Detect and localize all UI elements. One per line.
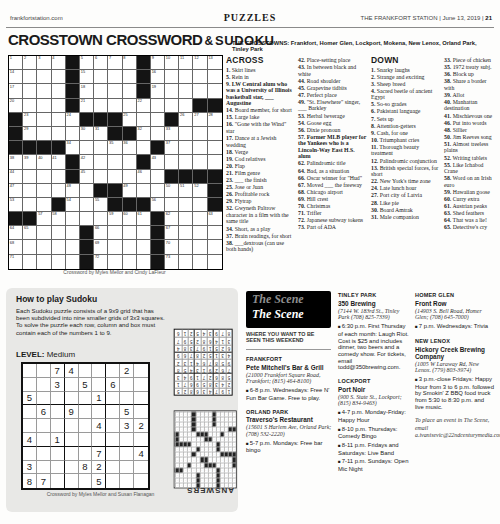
crossword-cell[interactable] — [123, 226, 137, 240]
crossword-cell[interactable]: · — [199, 426, 203, 431]
crossword-cell[interactable] — [52, 113, 66, 127]
crossword-cell[interactable]: · — [211, 452, 215, 457]
crossword-cell[interactable] — [193, 70, 207, 84]
crossword-cell[interactable] — [151, 184, 165, 198]
crossword-cell[interactable]: · — [211, 457, 215, 462]
crossword-cell[interactable]: 44 — [9, 170, 23, 184]
crossword-cell[interactable]: 20 — [9, 99, 23, 113]
crossword-cell[interactable]: 26 — [179, 113, 193, 127]
crossword-cell[interactable]: · — [191, 431, 195, 436]
crossword-cell[interactable]: · — [195, 442, 199, 447]
crossword-cell[interactable]: · — [224, 436, 228, 441]
sudoku-cell[interactable] — [79, 447, 93, 461]
crossword-cell[interactable] — [80, 198, 94, 212]
sudoku-cell[interactable]: 2 — [120, 364, 134, 378]
crossword-cell[interactable]: 3 — [37, 56, 51, 70]
crossword-cell[interactable] — [151, 127, 165, 141]
crossword-cell[interactable] — [52, 127, 66, 141]
crossword-cell[interactable]: · — [195, 457, 199, 462]
sudoku-cell[interactable]: 7 — [92, 447, 106, 461]
crossword-cell[interactable] — [193, 240, 207, 254]
crossword-cell[interactable] — [80, 184, 94, 198]
crossword-cell[interactable]: · — [232, 421, 236, 426]
sudoku-cell[interactable] — [51, 405, 65, 419]
crossword-cell[interactable] — [94, 170, 108, 184]
crossword-cell[interactable]: 43 — [151, 155, 165, 169]
crossword-cell[interactable]: · — [183, 477, 187, 482]
crossword-cell[interactable] — [123, 255, 137, 269]
crossword-cell[interactable] — [23, 99, 37, 113]
crossword-cell[interactable]: 50 — [165, 184, 179, 198]
crossword-cell[interactable]: · — [187, 411, 191, 416]
crossword-cell[interactable] — [52, 70, 66, 84]
crossword-cell[interactable]: · — [228, 416, 232, 421]
crossword-cell[interactable]: · — [207, 416, 211, 421]
sudoku-cell[interactable] — [106, 433, 120, 447]
crossword-cell[interactable] — [179, 212, 193, 226]
crossword-cell[interactable]: 13 — [208, 56, 222, 70]
crossword-cell[interactable]: 19 — [151, 84, 165, 98]
crossword-cell[interactable]: 28 — [208, 113, 222, 127]
crossword-cell[interactable] — [94, 155, 108, 169]
crossword-cell[interactable]: · — [207, 452, 211, 457]
sudoku-cell[interactable] — [134, 392, 148, 406]
crossword-cell[interactable]: 39 — [23, 155, 37, 169]
sudoku-cell[interactable] — [134, 461, 148, 475]
crossword-cell[interactable]: · — [215, 431, 219, 436]
crossword-cell[interactable]: · — [207, 411, 211, 416]
crossword-cell[interactable]: · — [175, 416, 179, 421]
crossword-cell[interactable]: · — [179, 411, 183, 416]
crossword-cell[interactable] — [208, 84, 222, 98]
crossword-cell[interactable] — [193, 141, 207, 155]
crossword-cell[interactable] — [108, 70, 122, 84]
crossword-cell[interactable]: 8 — [123, 56, 137, 70]
crossword-cell[interactable]: · — [183, 426, 187, 431]
crossword-cell[interactable]: · — [187, 472, 191, 477]
sudoku-cell[interactable] — [134, 364, 148, 378]
crossword-cell[interactable] — [123, 240, 137, 254]
crossword-cell[interactable]: 7 — [108, 56, 122, 70]
sudoku-cell[interactable]: 5 — [92, 474, 106, 488]
crossword-cell[interactable]: · — [211, 447, 215, 452]
sudoku-cell[interactable]: 5 — [79, 378, 93, 392]
crossword-cell[interactable]: 21 — [80, 99, 94, 113]
crossword-cell[interactable]: · — [228, 411, 232, 416]
crossword-cell[interactable]: · — [224, 421, 228, 426]
crossword-cell[interactable]: · — [175, 447, 179, 452]
crossword-cell[interactable] — [193, 255, 207, 269]
sudoku-cell[interactable] — [37, 433, 51, 447]
crossword-cell[interactable]: · — [207, 426, 211, 431]
sudoku-cell[interactable] — [79, 392, 93, 406]
sudoku-cell[interactable]: 2 — [92, 461, 106, 475]
sudoku-cell[interactable] — [51, 474, 65, 488]
sudoku-cell[interactable]: 2 — [134, 419, 148, 433]
crossword-cell[interactable]: · — [228, 472, 232, 477]
crossword-cell[interactable]: 62 — [165, 212, 179, 226]
crossword-cell[interactable]: · — [187, 467, 191, 472]
crossword-cell[interactable] — [23, 184, 37, 198]
crossword-cell[interactable]: 4 — [52, 56, 66, 70]
crossword-cell[interactable]: 70 — [165, 240, 179, 254]
crossword-cell[interactable]: · — [199, 416, 203, 421]
crossword-cell[interactable] — [179, 198, 193, 212]
crossword-cell[interactable]: · — [220, 462, 224, 467]
sudoku-cell[interactable]: 8 — [23, 474, 37, 488]
crossword-cell[interactable]: · — [220, 457, 224, 462]
crossword-cell[interactable]: 67 — [165, 226, 179, 240]
crossword-cell[interactable]: · — [207, 472, 211, 477]
crossword-cell[interactable]: · — [211, 477, 215, 482]
crossword-cell[interactable]: 56 — [151, 198, 165, 212]
crossword-cell[interactable]: · — [232, 442, 236, 447]
crossword-cell[interactable] — [193, 212, 207, 226]
crossword-cell[interactable]: 57 — [37, 212, 51, 226]
crossword-cell[interactable]: 41 — [52, 155, 66, 169]
crossword-cell[interactable] — [193, 226, 207, 240]
crossword-cell[interactable] — [108, 99, 122, 113]
crossword-cell[interactable]: · — [228, 462, 232, 467]
crossword-cell[interactable] — [179, 99, 193, 113]
crossword-cell[interactable] — [94, 141, 108, 155]
crossword-cell[interactable]: · — [232, 436, 236, 441]
sudoku-cell[interactable]: 1 — [51, 433, 65, 447]
sudoku-cell[interactable] — [37, 447, 51, 461]
crossword-cell[interactable]: 45 — [80, 170, 94, 184]
crossword-cell[interactable]: · — [211, 431, 215, 436]
crossword-cell[interactable] — [137, 184, 151, 198]
crossword-cell[interactable]: · — [199, 477, 203, 482]
sudoku-cell[interactable]: 3 — [51, 378, 65, 392]
sudoku-cell[interactable] — [106, 392, 120, 406]
crossword-cell[interactable]: · — [224, 426, 228, 431]
crossword-cell[interactable]: · — [232, 411, 236, 416]
crossword-cell[interactable]: · — [228, 457, 232, 462]
crossword-cell[interactable]: 48 — [66, 184, 80, 198]
crossword-cell[interactable]: 16 — [151, 70, 165, 84]
crossword-cell[interactable]: · — [228, 477, 232, 482]
crossword-cell[interactable]: · — [175, 457, 179, 462]
crossword-cell[interactable]: 33 — [165, 127, 179, 141]
crossword-cell[interactable]: · — [179, 477, 183, 482]
crossword-cell[interactable]: 2 — [23, 56, 37, 70]
sudoku-cell[interactable] — [134, 433, 148, 447]
crossword-cell[interactable] — [52, 240, 66, 254]
sudoku-cell[interactable]: 7 — [37, 474, 51, 488]
crossword-cell[interactable]: · — [232, 467, 236, 472]
crossword-cell[interactable] — [179, 255, 193, 269]
crossword-cell[interactable] — [94, 70, 108, 84]
crossword-cell[interactable]: · — [179, 472, 183, 477]
crossword-cell[interactable]: 58 — [52, 212, 66, 226]
sudoku-cell[interactable] — [106, 419, 120, 433]
crossword-cell[interactable]: 69 — [94, 240, 108, 254]
crossword-cell[interactable] — [123, 70, 137, 84]
sudoku-cell[interactable] — [37, 419, 51, 433]
crossword-cell[interactable] — [52, 99, 66, 113]
crossword-cell[interactable] — [108, 255, 122, 269]
crossword-cell[interactable] — [94, 84, 108, 98]
crossword-cell[interactable]: · — [203, 421, 207, 426]
crossword-cell[interactable]: 5 — [80, 56, 94, 70]
crossword-cell[interactable]: · — [228, 467, 232, 472]
crossword-cell[interactable]: · — [183, 457, 187, 462]
crossword-cell[interactable]: · — [179, 482, 183, 487]
crossword-cell[interactable]: 66 — [94, 226, 108, 240]
crossword-cell[interactable] — [37, 184, 51, 198]
sudoku-cell[interactable] — [65, 378, 79, 392]
crossword-cell[interactable]: · — [203, 411, 207, 416]
sudoku-cell[interactable] — [51, 392, 65, 406]
sudoku-cell[interactable]: 5 — [23, 392, 37, 406]
crossword-cell[interactable]: · — [199, 436, 203, 441]
crossword-cell[interactable]: 32 — [137, 127, 151, 141]
crossword-cell[interactable]: · — [224, 457, 228, 462]
crossword-cell[interactable]: · — [195, 452, 199, 457]
crossword-cell[interactable]: · — [203, 467, 207, 472]
crossword-cell[interactable]: · — [215, 462, 219, 467]
crossword-cell[interactable]: · — [175, 411, 179, 416]
crossword-cell[interactable] — [108, 226, 122, 240]
crossword-cell[interactable] — [123, 170, 137, 184]
crossword-cell[interactable]: · — [183, 421, 187, 426]
crossword-cell[interactable] — [23, 240, 37, 254]
sudoku-cell[interactable] — [23, 364, 37, 378]
sudoku-cell[interactable] — [106, 405, 120, 419]
crossword-cell[interactable]: 6 — [94, 56, 108, 70]
crossword-cell[interactable]: · — [191, 447, 195, 452]
crossword-cell[interactable]: · — [179, 462, 183, 467]
crossword-cell[interactable]: 49 — [123, 184, 137, 198]
crossword-cell[interactable]: · — [220, 416, 224, 421]
sudoku-cell[interactable]: 6 — [37, 405, 51, 419]
crossword-cell[interactable]: · — [228, 421, 232, 426]
crossword-cell[interactable]: · — [232, 416, 236, 421]
crossword-cell[interactable] — [23, 255, 37, 269]
sudoku-cell[interactable] — [92, 433, 106, 447]
crossword-cell[interactable] — [193, 155, 207, 169]
crossword-cell[interactable]: 40 — [37, 155, 51, 169]
crossword-cell[interactable] — [208, 141, 222, 155]
sudoku-cell[interactable] — [37, 378, 51, 392]
crossword-cell[interactable]: · — [175, 462, 179, 467]
sudoku-cell[interactable] — [106, 461, 120, 475]
crossword-cell[interactable]: · — [220, 467, 224, 472]
crossword-cell[interactable] — [208, 127, 222, 141]
crossword-cell[interactable]: · — [228, 436, 232, 441]
crossword-cell[interactable]: 51 — [179, 184, 193, 198]
sudoku-cell[interactable] — [134, 474, 148, 488]
crossword-cell[interactable] — [151, 99, 165, 113]
crossword-cell[interactable] — [137, 226, 151, 240]
crossword-cell[interactable]: · — [228, 431, 232, 436]
crossword-cell[interactable]: · — [232, 477, 236, 482]
sudoku-cell[interactable]: 5 — [120, 405, 134, 419]
sudoku-cell[interactable] — [120, 392, 134, 406]
sudoku-cell[interactable] — [23, 447, 37, 461]
crossword-cell[interactable]: 63 — [208, 212, 222, 226]
sudoku-cell[interactable] — [65, 433, 79, 447]
crossword-cell[interactable]: · — [175, 472, 179, 477]
sudoku-cell[interactable]: 4 — [23, 433, 37, 447]
crossword-cell[interactable]: · — [224, 477, 228, 482]
crossword-cell[interactable]: · — [195, 436, 199, 441]
crossword-cell[interactable]: 15 — [80, 70, 94, 84]
crossword-cell[interactable]: · — [187, 447, 191, 452]
sudoku-cell[interactable]: 4 — [92, 419, 106, 433]
crossword-cell[interactable]: · — [187, 436, 191, 441]
crossword-cell[interactable]: · — [183, 452, 187, 457]
crossword-cell[interactable]: · — [191, 472, 195, 477]
crossword-cell[interactable] — [179, 240, 193, 254]
crossword-cell[interactable] — [37, 170, 51, 184]
crossword-cell[interactable] — [179, 141, 193, 155]
crossword-cell[interactable]: 59 — [108, 212, 122, 226]
sudoku-cell[interactable] — [65, 419, 79, 433]
crossword-cell[interactable] — [108, 240, 122, 254]
crossword-cell[interactable]: · — [187, 416, 191, 421]
crossword-cell[interactable]: · — [195, 411, 199, 416]
crossword-cell[interactable] — [165, 198, 179, 212]
crossword-cell[interactable]: · — [187, 426, 191, 431]
crossword-cell[interactable]: · — [224, 447, 228, 452]
crossword-cell[interactable] — [23, 84, 37, 98]
crossword-cell[interactable]: · — [207, 477, 211, 482]
crossword-cell[interactable]: 22 — [137, 99, 151, 113]
crossword-cell[interactable] — [108, 155, 122, 169]
crossword-cell[interactable]: · — [224, 442, 228, 447]
crossword-cell[interactable]: · — [211, 472, 215, 477]
crossword-cell[interactable]: · — [220, 426, 224, 431]
sudoku-cell[interactable] — [37, 392, 51, 406]
crossword-cell[interactable]: · — [191, 462, 195, 467]
crossword-cell[interactable]: · — [203, 426, 207, 431]
sudoku-cell[interactable] — [65, 392, 79, 406]
sudoku-cell[interactable]: 3 — [23, 461, 37, 475]
crossword-cell[interactable]: · — [191, 477, 195, 482]
crossword-cell[interactable]: · — [211, 442, 215, 447]
crossword-cell[interactable] — [193, 198, 207, 212]
crossword-cell[interactable] — [37, 198, 51, 212]
sudoku-cell[interactable] — [65, 461, 79, 475]
sudoku-cell[interactable]: 8 — [79, 461, 93, 475]
crossword-cell[interactable] — [179, 226, 193, 240]
crossword-cell[interactable]: · — [199, 447, 203, 452]
crossword-cell[interactable]: 36 — [123, 141, 137, 155]
crossword-cell[interactable]: · — [187, 431, 191, 436]
crossword-cell[interactable]: · — [199, 421, 203, 426]
crossword-cell[interactable]: 47 — [9, 184, 23, 198]
sudoku-cell[interactable] — [120, 447, 134, 461]
crossword-cell[interactable] — [208, 255, 222, 269]
crossword-cell[interactable]: · — [220, 421, 224, 426]
crossword-cell[interactable]: 27 — [193, 113, 207, 127]
crossword-cell[interactable]: · — [179, 421, 183, 426]
crossword-cell[interactable] — [52, 226, 66, 240]
crossword-cell[interactable]: · — [183, 462, 187, 467]
crossword-cell[interactable] — [108, 170, 122, 184]
crossword-cell[interactable]: · — [191, 457, 195, 462]
crossword-cell[interactable]: · — [183, 411, 187, 416]
crossword-cell[interactable]: · — [215, 421, 219, 426]
crossword-cell[interactable] — [23, 198, 37, 212]
crossword-cell[interactable] — [37, 226, 51, 240]
crossword-cell[interactable] — [66, 212, 80, 226]
crossword-cell[interactable]: · — [203, 477, 207, 482]
sudoku-cell[interactable] — [79, 474, 93, 488]
sudoku-cell[interactable] — [37, 461, 51, 475]
crossword-cell[interactable]: · — [183, 416, 187, 421]
crossword-cell[interactable]: · — [228, 447, 232, 452]
crossword-cell[interactable] — [137, 255, 151, 269]
crossword-cell[interactable]: · — [175, 426, 179, 431]
sudoku-cell[interactable]: 1 — [92, 392, 106, 406]
crossword-cell[interactable]: 14 — [9, 70, 23, 84]
crossword-cell[interactable]: · — [179, 426, 183, 431]
crossword-cell[interactable]: · — [224, 467, 228, 472]
sudoku-cell[interactable]: 4 — [134, 447, 148, 461]
crossword-cell[interactable]: 42 — [80, 155, 94, 169]
crossword-cell[interactable]: 10 — [165, 56, 179, 70]
crossword-cell[interactable] — [52, 255, 66, 269]
crossword-cell[interactable]: 65 — [23, 226, 37, 240]
crossword-cell[interactable] — [66, 226, 80, 240]
crossword-cell[interactable]: · — [215, 452, 219, 457]
crossword-cell[interactable] — [208, 226, 222, 240]
crossword-cell[interactable]: · — [211, 467, 215, 472]
crossword-cell[interactable] — [123, 99, 137, 113]
sudoku-cell[interactable] — [120, 461, 134, 475]
crossword-cell[interactable]: · — [220, 477, 224, 482]
crossword-cell[interactable]: · — [220, 411, 224, 416]
crossword-cell[interactable] — [165, 84, 179, 98]
crossword-cell[interactable]: · — [224, 416, 228, 421]
crossword-cell[interactable]: · — [187, 457, 191, 462]
crossword-cell[interactable]: · — [215, 436, 219, 441]
sudoku-cell[interactable]: 3 — [120, 419, 134, 433]
crossword-cell[interactable]: · — [175, 421, 179, 426]
crossword-cell[interactable]: 9 — [151, 56, 165, 70]
sudoku-cell[interactable] — [134, 378, 148, 392]
crossword-cell[interactable] — [37, 70, 51, 84]
crossword-cell[interactable] — [123, 84, 137, 98]
crossword-cell[interactable]: · — [179, 431, 183, 436]
crossword-cell[interactable]: · — [175, 477, 179, 482]
crossword-cell[interactable]: 25 — [123, 113, 137, 127]
crossword-cell[interactable]: · — [207, 457, 211, 462]
crossword-cell[interactable] — [37, 255, 51, 269]
crossword-cell[interactable]: · — [232, 472, 236, 477]
crossword-cell[interactable]: 35 — [108, 141, 122, 155]
crossword-cell[interactable]: · — [232, 431, 236, 436]
crossword-cell[interactable]: · — [215, 426, 219, 431]
crossword-cell[interactable] — [66, 255, 80, 269]
crossword-cell[interactable] — [137, 141, 151, 155]
crossword-cell[interactable]: 37 — [165, 141, 179, 155]
crossword-cell[interactable] — [94, 212, 108, 226]
sudoku-cell[interactable] — [106, 447, 120, 461]
crossword-cell[interactable]: · — [195, 421, 199, 426]
sudoku-cell[interactable] — [51, 419, 65, 433]
crossword-cell[interactable]: · — [224, 411, 228, 416]
crossword-cell[interactable]: · — [195, 462, 199, 467]
sudoku-cell[interactable] — [106, 364, 120, 378]
crossword-cell[interactable]: · — [183, 431, 187, 436]
sudoku-cell[interactable] — [65, 474, 79, 488]
crossword-cell[interactable] — [179, 155, 193, 169]
sudoku-cell[interactable] — [134, 405, 148, 419]
